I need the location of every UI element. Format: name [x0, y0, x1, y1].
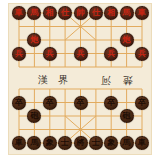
piece-black-cannon[interactable]: 砲: [120, 109, 134, 123]
piece-black-horse[interactable]: 馬: [120, 136, 134, 150]
piece-black-elephant[interactable]: 象: [43, 136, 57, 150]
piece-black-soldier[interactable]: 卒: [43, 96, 57, 110]
piece-black-advisor[interactable]: 士: [58, 136, 72, 150]
piece-red-cannon[interactable]: 炮: [120, 33, 134, 47]
xiangqi-board[interactable]: 漢界 楚河 車馬相仕帥仕相馬車炮炮兵兵兵兵兵卒卒卒卒卒砲砲車馬象士將士象馬車: [8, 3, 152, 155]
piece-red-soldier[interactable]: 兵: [43, 47, 57, 61]
piece-black-soldier[interactable]: 卒: [74, 96, 88, 110]
piece-red-general[interactable]: 帥: [74, 6, 88, 20]
piece-red-soldier[interactable]: 兵: [135, 47, 149, 61]
piece-black-chariot[interactable]: 車: [135, 136, 149, 150]
xiangqi-screenshot: 漢界 楚河 車馬相仕帥仕相馬車炮炮兵兵兵兵兵卒卒卒卒卒砲砲車馬象士將士象馬車: [0, 0, 160, 160]
piece-red-soldier[interactable]: 兵: [12, 47, 26, 61]
piece-black-chariot[interactable]: 車: [12, 136, 26, 150]
piece-red-elephant[interactable]: 相: [43, 6, 57, 20]
piece-black-soldier[interactable]: 卒: [135, 96, 149, 110]
piece-red-soldier[interactable]: 兵: [74, 47, 88, 61]
piece-red-advisor[interactable]: 仕: [89, 6, 103, 20]
piece-red-chariot[interactable]: 車: [135, 6, 149, 20]
piece-red-horse[interactable]: 馬: [120, 6, 134, 20]
piece-black-general[interactable]: 將: [74, 136, 88, 150]
piece-red-advisor[interactable]: 仕: [58, 6, 72, 20]
piece-red-chariot[interactable]: 車: [12, 6, 26, 20]
piece-black-soldier[interactable]: 卒: [12, 96, 26, 110]
piece-red-soldier[interactable]: 兵: [104, 47, 118, 61]
piece-black-soldier[interactable]: 卒: [104, 96, 118, 110]
piece-black-advisor[interactable]: 士: [89, 136, 103, 150]
river-label-han-jie: 漢界: [38, 75, 78, 85]
river-label-chu-he: 楚河: [89, 75, 133, 85]
